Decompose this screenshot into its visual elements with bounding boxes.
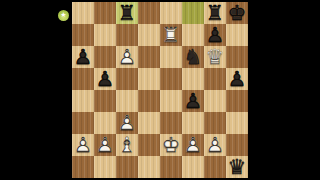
square-c7[interactable] xyxy=(116,24,138,46)
piece-glyph-outline: ♙ xyxy=(182,90,204,112)
square-b7[interactable] xyxy=(94,24,116,46)
piece-glyph-outline: ♔ xyxy=(226,2,248,24)
piece-glyph-outline: ♙ xyxy=(182,134,204,156)
white-pawn-b2[interactable]: ♟♙ xyxy=(94,134,116,156)
white-pawn-c6[interactable]: ♟♙ xyxy=(116,46,138,68)
square-e6[interactable] xyxy=(160,46,182,68)
square-e1[interactable] xyxy=(160,156,182,178)
square-g3[interactable] xyxy=(204,112,226,134)
white-pawn-c3[interactable]: ♟♙ xyxy=(116,112,138,134)
piece-glyph-outline: ♙ xyxy=(94,134,116,156)
square-a1[interactable] xyxy=(72,156,94,178)
piece-glyph-outline: ♙ xyxy=(72,134,94,156)
square-d6[interactable] xyxy=(138,46,160,68)
square-a4[interactable] xyxy=(72,90,94,112)
square-f7[interactable] xyxy=(182,24,204,46)
square-d1[interactable] xyxy=(138,156,160,178)
square-h7[interactable] xyxy=(226,24,248,46)
square-a7[interactable] xyxy=(72,24,94,46)
chess-board: ♜♖♜♖♚♔♜♖♟♙♟♙♟♙♞♘♛♕♟♙♟♙♟♙♟♙♟♙♟♙♝♗♚♔♟♙♟♙♛♕ xyxy=(72,2,248,178)
piece-glyph-outline: ♕ xyxy=(226,156,248,178)
square-e3[interactable] xyxy=(160,112,182,134)
square-g1[interactable] xyxy=(204,156,226,178)
letterbox-right xyxy=(248,0,320,180)
square-c1[interactable] xyxy=(116,156,138,178)
square-c6[interactable]: ♟♙ xyxy=(116,46,138,68)
piece-glyph-outline: ♖ xyxy=(160,24,182,46)
square-b6[interactable] xyxy=(94,46,116,68)
piece-glyph-outline: ♖ xyxy=(116,2,138,24)
chess-board-screenshot: ♜♖♜♖♚♔♜♖♟♙♟♙♟♙♞♘♛♕♟♙♟♙♟♙♟♙♟♙♟♙♝♗♚♔♟♙♟♙♛♕… xyxy=(0,0,320,180)
square-b8[interactable] xyxy=(94,2,116,24)
white-bishop-c2[interactable]: ♝♗ xyxy=(116,134,138,156)
move-quality-badge-glyph: ★ xyxy=(58,10,69,21)
black-king-h8[interactable]: ♚♔ xyxy=(226,2,248,24)
square-a3[interactable] xyxy=(72,112,94,134)
square-e8[interactable] xyxy=(160,2,182,24)
square-h8[interactable]: ♚♔ xyxy=(226,2,248,24)
square-e7[interactable]: ♜♖ xyxy=(160,24,182,46)
square-g8[interactable]: ♜♖ xyxy=(204,2,226,24)
square-f4[interactable]: ♟♙ xyxy=(182,90,204,112)
square-c4[interactable] xyxy=(116,90,138,112)
black-knight-f6[interactable]: ♞♘ xyxy=(182,46,204,68)
black-pawn-f4[interactable]: ♟♙ xyxy=(182,90,204,112)
square-f3[interactable] xyxy=(182,112,204,134)
square-c2[interactable]: ♝♗ xyxy=(116,134,138,156)
black-pawn-h5[interactable]: ♟♙ xyxy=(226,68,248,90)
square-h1[interactable]: ♛♕ xyxy=(226,156,248,178)
square-e2[interactable]: ♚♔ xyxy=(160,134,182,156)
square-g5[interactable] xyxy=(204,68,226,90)
square-g4[interactable] xyxy=(204,90,226,112)
square-d5[interactable] xyxy=(138,68,160,90)
piece-glyph-outline: ♙ xyxy=(116,46,138,68)
square-f6[interactable]: ♞♘ xyxy=(182,46,204,68)
white-rook-e7[interactable]: ♜♖ xyxy=(160,24,182,46)
square-g2[interactable]: ♟♙ xyxy=(204,134,226,156)
piece-glyph-outline: ♙ xyxy=(204,24,226,46)
black-rook-c8[interactable]: ♜♖ xyxy=(116,2,138,24)
black-pawn-b5[interactable]: ♟♙ xyxy=(94,68,116,90)
square-a6[interactable]: ♟♙ xyxy=(72,46,94,68)
square-a5[interactable] xyxy=(72,68,94,90)
square-a8[interactable] xyxy=(72,2,94,24)
square-b1[interactable] xyxy=(94,156,116,178)
black-pawn-a6[interactable]: ♟♙ xyxy=(72,46,94,68)
square-g6[interactable]: ♛♕ xyxy=(204,46,226,68)
square-d8[interactable] xyxy=(138,2,160,24)
square-h2[interactable] xyxy=(226,134,248,156)
letterbox-left xyxy=(0,0,72,180)
square-d3[interactable] xyxy=(138,112,160,134)
square-d4[interactable] xyxy=(138,90,160,112)
white-queen-g6[interactable]: ♛♕ xyxy=(204,46,226,68)
piece-glyph-outline: ♙ xyxy=(72,46,94,68)
square-a2[interactable]: ♟♙ xyxy=(72,134,94,156)
piece-glyph-outline: ♔ xyxy=(160,134,182,156)
piece-glyph-outline: ♙ xyxy=(116,112,138,134)
piece-glyph-outline: ♖ xyxy=(204,2,226,24)
white-pawn-f2[interactable]: ♟♙ xyxy=(182,134,204,156)
square-f8[interactable] xyxy=(182,2,204,24)
square-b2[interactable]: ♟♙ xyxy=(94,134,116,156)
piece-glyph-outline: ♙ xyxy=(204,134,226,156)
black-queen-h1[interactable]: ♛♕ xyxy=(226,156,248,178)
square-b3[interactable] xyxy=(94,112,116,134)
piece-glyph-outline: ♗ xyxy=(116,134,138,156)
black-pawn-g7[interactable]: ♟♙ xyxy=(204,24,226,46)
square-c8[interactable]: ♜♖ xyxy=(116,2,138,24)
white-pawn-a2[interactable]: ♟♙ xyxy=(72,134,94,156)
piece-glyph-outline: ♙ xyxy=(94,68,116,90)
square-h6[interactable] xyxy=(226,46,248,68)
square-f5[interactable] xyxy=(182,68,204,90)
square-b5[interactable]: ♟♙ xyxy=(94,68,116,90)
square-c3[interactable]: ♟♙ xyxy=(116,112,138,134)
square-e5[interactable] xyxy=(160,68,182,90)
square-d2[interactable] xyxy=(138,134,160,156)
square-f2[interactable]: ♟♙ xyxy=(182,134,204,156)
white-pawn-g2[interactable]: ♟♙ xyxy=(204,134,226,156)
square-h3[interactable] xyxy=(226,112,248,134)
piece-glyph-outline: ♙ xyxy=(226,68,248,90)
move-quality-badge-icon: ★ xyxy=(58,10,69,21)
square-f1[interactable] xyxy=(182,156,204,178)
square-b4[interactable] xyxy=(94,90,116,112)
square-c5[interactable] xyxy=(116,68,138,90)
square-h4[interactable] xyxy=(226,90,248,112)
white-king-e2[interactable]: ♚♔ xyxy=(160,134,182,156)
square-d7[interactable] xyxy=(138,24,160,46)
square-g7[interactable]: ♟♙ xyxy=(204,24,226,46)
piece-glyph-outline: ♕ xyxy=(204,46,226,68)
square-h5[interactable]: ♟♙ xyxy=(226,68,248,90)
black-rook-g8[interactable]: ♜♖ xyxy=(204,2,226,24)
square-e4[interactable] xyxy=(160,90,182,112)
piece-glyph-outline: ♘ xyxy=(182,46,204,68)
